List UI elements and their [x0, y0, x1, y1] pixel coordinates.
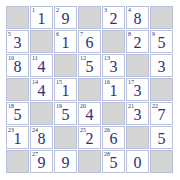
clue-number: 14: [32, 79, 38, 86]
clue-number: 23: [8, 127, 14, 134]
grid-cell[interactable]: 3: [150, 54, 173, 77]
cell-digit: 8: [38, 131, 46, 147]
cell-digit: 4: [86, 107, 94, 123]
grid-cell[interactable]: 95: [150, 30, 173, 53]
block-cell: [6, 78, 29, 101]
block-cell: [78, 6, 101, 29]
cell-digit: 8: [14, 59, 22, 75]
clue-number: 16: [104, 79, 110, 86]
cell-digit: 5: [158, 131, 166, 147]
grid-cell[interactable]: 227: [150, 102, 173, 125]
puzzle-container: 1129324853617682951081141251333144151161…: [0, 0, 179, 179]
grid-cell[interactable]: 9: [54, 150, 77, 173]
clue-number: 3: [104, 7, 107, 14]
grid-cell[interactable]: 204: [78, 102, 101, 125]
cell-digit: 0: [134, 155, 142, 171]
cell-digit: 6: [110, 131, 118, 147]
clue-number: 6: [56, 31, 59, 38]
clue-number: 5: [8, 31, 11, 38]
grid-cell[interactable]: 133: [102, 54, 125, 77]
block-cell: [54, 126, 77, 149]
cell-digit: 5: [110, 155, 118, 171]
block-cell: [102, 102, 125, 125]
grid-cell[interactable]: 195: [54, 102, 77, 125]
block-cell: [150, 78, 173, 101]
number-crossword-board: 1129324853617682951081141251333144151161…: [6, 6, 173, 173]
clue-number: 10: [8, 55, 14, 62]
grid-cell[interactable]: 285: [102, 150, 125, 173]
block-cell: [126, 54, 149, 77]
block-cell: [6, 6, 29, 29]
cell-digit: 1: [62, 35, 70, 51]
grid-cell[interactable]: 11: [30, 6, 53, 29]
clue-number: 12: [80, 55, 86, 62]
clue-number: 26: [104, 127, 110, 134]
clue-number: 8: [128, 31, 131, 38]
cell-digit: 9: [62, 11, 70, 27]
grid-cell[interactable]: 114: [30, 54, 53, 77]
clue-number: 4: [128, 7, 131, 14]
clue-number: 19: [56, 103, 62, 110]
clue-number: 25: [80, 127, 86, 134]
block-cell: [102, 30, 125, 53]
grid-cell[interactable]: 29: [54, 6, 77, 29]
cell-digit: 2: [110, 11, 118, 27]
block-cell: [30, 102, 53, 125]
cell-digit: 8: [134, 11, 142, 27]
clue-number: 9: [152, 31, 155, 38]
clue-number: 13: [104, 55, 110, 62]
clue-number: 7: [80, 31, 83, 38]
grid-cell[interactable]: 144: [30, 78, 53, 101]
clue-number: 18: [8, 103, 14, 110]
grid-cell[interactable]: 231: [6, 126, 29, 149]
grid-cell[interactable]: 53: [6, 30, 29, 53]
block-cell: [78, 78, 101, 101]
clue-number: 22: [152, 103, 158, 110]
grid-cell[interactable]: 161: [102, 78, 125, 101]
cell-digit: 4: [38, 59, 46, 75]
cell-digit: 3: [14, 35, 22, 51]
block-cell: [150, 150, 173, 173]
grid-cell[interactable]: 252: [78, 126, 101, 149]
cell-digit: 5: [86, 59, 94, 75]
cell-digit: 3: [110, 59, 118, 75]
grid-cell[interactable]: 48: [126, 6, 149, 29]
grid-cell[interactable]: 248: [30, 126, 53, 149]
clue-number: 15: [56, 79, 62, 86]
cell-digit: 5: [62, 107, 70, 123]
cell-digit: 1: [14, 131, 22, 147]
grid-cell[interactable]: 213: [126, 102, 149, 125]
block-cell: [78, 150, 101, 173]
cell-digit: 5: [14, 107, 22, 123]
grid-cell[interactable]: 173: [126, 78, 149, 101]
cell-digit: 5: [158, 35, 166, 51]
block-cell: [150, 6, 173, 29]
clue-number: 21: [128, 103, 134, 110]
grid-cell[interactable]: 76: [78, 30, 101, 53]
block-cell: [6, 150, 29, 173]
clue-number: 27: [32, 151, 38, 158]
grid-cell[interactable]: 279: [30, 150, 53, 173]
cell-digit: 3: [158, 59, 166, 75]
cell-digit: 2: [134, 35, 142, 51]
cell-digit: 9: [38, 155, 46, 171]
grid-cell[interactable]: 108: [6, 54, 29, 77]
clue-number: 1: [32, 7, 35, 14]
grid-cell[interactable]: 125: [78, 54, 101, 77]
grid-cell[interactable]: 32: [102, 6, 125, 29]
cell-digit: 1: [110, 83, 118, 99]
cell-digit: 7: [158, 107, 166, 123]
cell-digit: 1: [62, 83, 70, 99]
clue-number: 2: [56, 7, 59, 14]
grid-cell[interactable]: 82: [126, 30, 149, 53]
clue-number: 17: [128, 79, 134, 86]
cell-digit: 6: [86, 35, 94, 51]
cell-digit: 4: [38, 83, 46, 99]
grid-cell[interactable]: 151: [54, 78, 77, 101]
cell-digit: 2: [86, 131, 94, 147]
grid-cell[interactable]: 266: [102, 126, 125, 149]
grid-cell[interactable]: 5: [150, 126, 173, 149]
clue-number: 20: [80, 103, 86, 110]
cell-digit: 1: [38, 11, 46, 27]
clue-number: 11: [32, 55, 38, 62]
cell-digit: 3: [134, 107, 142, 123]
block-cell: [30, 30, 53, 53]
block-cell: [54, 54, 77, 77]
cell-digit: 9: [62, 155, 70, 171]
block-cell: [126, 126, 149, 149]
clue-number: 28: [104, 151, 110, 158]
clue-number: 24: [32, 127, 38, 134]
cell-digit: 3: [134, 83, 142, 99]
grid-cell[interactable]: 0: [126, 150, 149, 173]
grid-cell[interactable]: 61: [54, 30, 77, 53]
grid-cell[interactable]: 185: [6, 102, 29, 125]
